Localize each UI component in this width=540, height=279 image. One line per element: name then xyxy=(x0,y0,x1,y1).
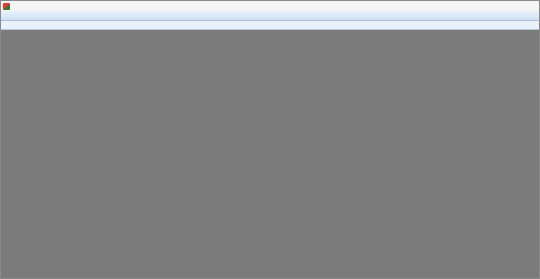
go-app-window xyxy=(0,0,540,279)
title-bar xyxy=(1,1,539,11)
client-area xyxy=(1,30,540,279)
toolbar xyxy=(1,11,539,21)
app-icon xyxy=(3,3,10,10)
menu-bar xyxy=(1,21,539,30)
board-column-labels xyxy=(1,30,540,38)
